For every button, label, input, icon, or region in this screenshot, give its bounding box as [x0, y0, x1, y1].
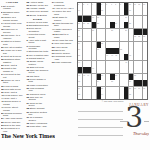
black-cell [143, 29, 147, 35]
cell-number: 21 [83, 22, 85, 24]
grid-cell[interactable]: 3 [87, 3, 91, 9]
grid-cell[interactable] [143, 54, 147, 60]
grid-cell[interactable] [120, 74, 124, 80]
grid-cell[interactable] [120, 35, 124, 41]
grid-cell[interactable] [101, 22, 105, 28]
cell-number: 53 [78, 80, 80, 82]
grid-cell[interactable] [106, 35, 110, 41]
grid-cell[interactable] [106, 42, 110, 48]
black-cell [124, 3, 128, 9]
grid-cell[interactable]: 52 [134, 74, 138, 80]
grid-cell[interactable] [129, 67, 133, 73]
black-cell [110, 74, 114, 80]
cell-number: 44 [78, 61, 80, 63]
grid-cell[interactable] [110, 67, 114, 73]
grid-cell[interactable] [143, 61, 147, 67]
grid-cell[interactable] [138, 54, 142, 60]
grid-cell[interactable] [101, 67, 105, 73]
black-cell [124, 22, 128, 28]
grid-cell[interactable] [120, 22, 124, 28]
grid-cell[interactable] [143, 48, 147, 54]
grid-cell[interactable] [92, 93, 96, 99]
grid-cell[interactable] [97, 61, 101, 67]
black-cell [97, 9, 101, 15]
grid-cell[interactable] [106, 61, 110, 67]
black-cell [97, 74, 101, 80]
grid-cell[interactable]: 43 [129, 54, 133, 60]
cell-number: 24 [115, 22, 117, 24]
black-cell [106, 48, 110, 54]
across-clue-46: 46 Speak before a crowd [1, 100, 23, 106]
grid-cell[interactable] [143, 93, 147, 99]
grid-cell[interactable] [120, 42, 124, 48]
grid-cell[interactable] [115, 80, 119, 86]
cell-number: 54 [97, 80, 99, 82]
grid-cell[interactable]: 48 [83, 74, 87, 80]
grid-cell[interactable] [97, 29, 101, 35]
cell-number: 37 [97, 48, 99, 50]
grid-cell[interactable] [120, 16, 124, 22]
grid-cell[interactable]: 41 [110, 54, 114, 60]
grid-cell[interactable] [138, 16, 142, 22]
grid-cell[interactable] [83, 42, 87, 48]
grid-cell[interactable] [124, 67, 128, 73]
grid-cell[interactable]: 58 [101, 87, 105, 93]
down-clue-37: 37 Lacking freshness [52, 1, 74, 7]
grid-cell[interactable] [129, 35, 133, 41]
grid-cell[interactable] [106, 29, 110, 35]
across-clue-15: 15 Pass over in silence [1, 28, 23, 34]
across-clue-14: 14 Great Lake near Toledo [1, 22, 23, 28]
grid-cell[interactable] [87, 61, 91, 67]
cell-number: 64 [101, 93, 103, 95]
grid-cell[interactable] [138, 9, 142, 15]
grid-cell[interactable]: 44 [78, 61, 82, 67]
grid-cell[interactable]: 9 [120, 3, 124, 9]
grid-cell[interactable]: 63 [78, 93, 82, 99]
grid-cell[interactable] [106, 9, 110, 15]
grid-cell[interactable] [97, 35, 101, 41]
across-clue-23: 23 Holder for a golf ball [1, 49, 23, 55]
grid-cell[interactable]: 64 [101, 93, 105, 99]
cell-number: 50 [101, 74, 103, 76]
grid-cell[interactable]: 51 [115, 74, 119, 80]
grid-cell[interactable] [124, 74, 128, 80]
grid-cell[interactable] [83, 54, 87, 60]
cell-number: 3 [87, 3, 88, 5]
across-clue-16: 16 Therefore, to a logician [1, 34, 23, 40]
grid-cell[interactable] [124, 80, 128, 86]
grid-cell[interactable] [92, 48, 96, 54]
grid-cell[interactable] [87, 42, 91, 48]
grid-cell[interactable] [101, 35, 105, 41]
cell-number: 60 [134, 87, 136, 89]
cell-number: 30 [78, 35, 80, 37]
grid-cell[interactable] [97, 67, 101, 73]
grid-cell[interactable]: 33 [143, 35, 147, 41]
across-clue-10: 10 Shape of a slalom course [1, 16, 23, 22]
grid-cell[interactable]: 22 [87, 22, 91, 28]
down-clue-29: 29 Old-style writing tool [26, 110, 48, 116]
grid-cell[interactable] [110, 93, 114, 99]
grid-cell[interactable] [143, 22, 147, 28]
grid-cell[interactable] [138, 93, 142, 99]
grid-cell[interactable] [134, 42, 138, 48]
grid-cell[interactable]: 37 [97, 48, 101, 54]
cell-number: 27 [92, 29, 94, 31]
cell-number: 43 [129, 54, 131, 56]
black-cell [83, 67, 87, 73]
grid-cell[interactable] [138, 22, 142, 28]
grid-cell[interactable] [83, 35, 87, 41]
clue-columns: ACROSS 1 Bit of sooty residue5 Sandwich … [1, 1, 74, 133]
cell-number: 1 [78, 3, 79, 5]
cell-number: 59 [129, 87, 131, 89]
grid-cell[interactable] [83, 29, 87, 35]
cell-number: 61 [138, 87, 140, 89]
grid-cell[interactable]: 54 [97, 80, 101, 86]
grid-cell[interactable] [115, 93, 119, 99]
grid-cell[interactable] [87, 87, 91, 93]
grid-cell[interactable] [87, 29, 91, 35]
grid-cell[interactable]: 17 [92, 16, 96, 22]
cell-number: 6 [106, 3, 107, 5]
grid-cell[interactable] [115, 9, 119, 15]
black-cell [124, 54, 128, 60]
grid-cell[interactable] [138, 42, 142, 48]
grid-cell[interactable] [120, 67, 124, 73]
grid-cell[interactable] [106, 87, 110, 93]
cell-number: 7 [111, 3, 112, 5]
across-clue-1: 1 Bit of sooty residue [1, 5, 23, 11]
grid-cell[interactable] [143, 67, 147, 73]
note-line [78, 127, 123, 128]
down-clue-20: 20 Wall-climbing vine [26, 87, 48, 93]
grid-cell[interactable]: 16 [129, 9, 133, 15]
cell-number: 22 [87, 22, 89, 24]
down-clue-42: 42 Sit down to supper [52, 16, 74, 22]
grid-cell[interactable]: 55 [110, 80, 114, 86]
grid-cell[interactable]: 57 [78, 87, 82, 93]
cell-number: 58 [101, 87, 103, 89]
grid-cell[interactable]: 45 [124, 61, 128, 67]
grid-cell[interactable] [110, 42, 114, 48]
grid-cell[interactable]: 53 [78, 80, 82, 86]
black-cell [134, 29, 138, 35]
grid-cell[interactable]: 50 [101, 74, 105, 80]
grid-cell[interactable]: 34 [78, 42, 82, 48]
grid-cell[interactable] [101, 61, 105, 67]
grid-cell[interactable] [106, 80, 110, 86]
cell-number: 31 [134, 35, 136, 37]
grid-cell[interactable] [83, 80, 87, 86]
grid-cell[interactable] [134, 67, 138, 73]
black-cell [83, 16, 87, 22]
grid-cell[interactable]: 23 [97, 22, 101, 28]
grid-cell[interactable] [92, 74, 96, 80]
grid-cell[interactable]: 11 [134, 3, 138, 9]
grid-cell[interactable] [124, 35, 128, 41]
grid-cell[interactable]: 32 [138, 35, 142, 41]
grid-cell[interactable] [129, 29, 133, 35]
down-clue-41: 41 Where the sun rises [52, 10, 74, 16]
cell-number: 19 [125, 16, 127, 18]
grid-cell[interactable] [134, 9, 138, 15]
grid-cell[interactable] [115, 67, 119, 73]
down-clue-45: 45 Walk through the door [52, 22, 74, 28]
cell-number: 49 [87, 74, 89, 76]
grid-cell[interactable]: 20 [78, 22, 82, 28]
grid-cell[interactable]: 1 [78, 3, 82, 9]
cell-number: 23 [97, 22, 99, 24]
grid-cell[interactable]: 12 [138, 3, 142, 9]
grid-cell[interactable] [134, 54, 138, 60]
grid-cell[interactable]: 29 [124, 29, 128, 35]
grid-cell[interactable] [92, 87, 96, 93]
grid-cell[interactable]: 46 [92, 67, 96, 73]
grid-cell[interactable] [101, 48, 105, 54]
grid-cell[interactable] [101, 16, 105, 22]
grid-cell[interactable]: 7 [110, 3, 114, 9]
cell-number: 57 [78, 87, 80, 89]
black-cell [124, 9, 128, 15]
grid-cell[interactable]: 6 [106, 3, 110, 9]
grid-cell[interactable] [106, 93, 110, 99]
grid-cell[interactable] [124, 48, 128, 54]
cell-number: 10 [129, 3, 131, 5]
grid-cell[interactable] [83, 61, 87, 67]
grid-cell[interactable] [120, 93, 124, 99]
grid-cell[interactable]: 30 [78, 35, 82, 41]
grid-cell[interactable] [110, 87, 114, 93]
grid-cell[interactable]: 18 [97, 16, 101, 22]
cell-number: 13 [143, 3, 145, 5]
grid-cell[interactable]: 49 [87, 74, 91, 80]
across-clue-65: 65 Being, to Brutus [26, 13, 48, 16]
grid-cell[interactable]: 60 [134, 87, 138, 93]
grid-cell[interactable]: 5 [101, 3, 105, 9]
grid-cell[interactable] [101, 54, 105, 60]
grid-cell[interactable] [129, 16, 133, 22]
day-number: 3 [125, 104, 143, 132]
grid-cell[interactable]: 47 [78, 74, 82, 80]
across-clue-47: 47 Unruly street crowd [1, 106, 23, 112]
grid-cell[interactable] [120, 29, 124, 35]
cell-number: 32 [138, 35, 140, 37]
grid-cell[interactable] [143, 42, 147, 48]
grid-cell[interactable] [110, 16, 114, 22]
nyt-logo-wrap: The New York Times [1, 134, 61, 143]
black-cell [97, 42, 101, 48]
grid-cell[interactable] [129, 42, 133, 48]
grid-cell[interactable]: 36 [78, 48, 82, 54]
grid-cell[interactable]: 27 [92, 29, 96, 35]
grid-cell[interactable] [115, 42, 119, 48]
grid-cell[interactable]: 40 [106, 54, 110, 60]
grid-cell[interactable] [138, 48, 142, 54]
black-cell [97, 87, 101, 93]
grid-cell[interactable] [87, 80, 91, 86]
cell-number: 18 [97, 16, 99, 18]
grid-cell[interactable]: 42 [115, 54, 119, 60]
cell-number: 11 [134, 3, 136, 5]
grid-cell[interactable]: 15 [101, 9, 105, 15]
grid-cell[interactable] [138, 67, 142, 73]
nyt-logo: The New York Times [1, 134, 60, 140]
grid-cell[interactable]: 65 [129, 93, 133, 99]
grid-cell[interactable]: 31 [134, 35, 138, 41]
black-cell [87, 16, 91, 22]
down-clue-48: 48 Brought to a close [52, 33, 74, 39]
across-clue-35: 35 Came up, as a topic [1, 78, 23, 84]
grid-cell[interactable] [92, 35, 96, 41]
grid-cell[interactable] [87, 9, 91, 15]
grid-cell[interactable] [134, 48, 138, 54]
grid-cell[interactable] [106, 67, 110, 73]
grid-cell[interactable] [101, 29, 105, 35]
cell-number: 45 [125, 61, 127, 63]
grid-cell[interactable]: 38 [120, 48, 124, 54]
grid-cell[interactable] [143, 74, 147, 80]
crossword-calendar-page: ACROSS 1 Bit of sooty residue5 Sandwich … [0, 0, 150, 150]
weekday-label: Thursday [126, 131, 149, 136]
grid-cell[interactable] [97, 54, 101, 60]
grid-cell[interactable]: 19 [124, 16, 128, 22]
grid-cell[interactable] [134, 61, 138, 67]
cell-number: 48 [83, 74, 85, 76]
grid-cell[interactable] [115, 29, 119, 35]
grid-cell[interactable] [83, 48, 87, 54]
grid-cell[interactable] [120, 80, 124, 86]
grid-cell[interactable]: 35 [101, 42, 105, 48]
cell-number: 15 [101, 9, 103, 11]
grid-cell[interactable] [120, 9, 124, 15]
black-cell [92, 22, 96, 28]
grid-cell[interactable] [101, 80, 105, 86]
grid-cell[interactable]: 4 [92, 3, 96, 9]
down-header: DOWN [26, 17, 48, 20]
grid-cell[interactable] [110, 35, 114, 41]
grid-cell[interactable] [87, 48, 91, 54]
cell-number: 12 [138, 3, 140, 5]
grid-cell[interactable]: 59 [129, 87, 133, 93]
grid-cell[interactable] [120, 54, 124, 60]
grid-cell[interactable] [124, 42, 128, 48]
grid-cell[interactable]: 14 [78, 9, 82, 15]
grid-cell[interactable] [143, 9, 147, 15]
grid-cell[interactable] [115, 16, 119, 22]
across-clue-30: 30 Right in the middle of [1, 67, 23, 73]
grid-cell[interactable] [134, 22, 138, 28]
black-cell [124, 87, 128, 93]
grid-cell[interactable] [83, 93, 87, 99]
grid-cell[interactable]: 61 [138, 87, 142, 93]
grid-cell[interactable] [87, 54, 91, 60]
cell-number: 39 [78, 54, 80, 56]
grid-cell[interactable]: 56 [129, 80, 133, 86]
black-cell [138, 80, 142, 86]
grid-cell[interactable] [92, 54, 96, 60]
cell-number: 16 [129, 9, 131, 11]
cell-number: 4 [92, 3, 93, 5]
grid-cell[interactable]: 24 [115, 22, 119, 28]
across-clue-5: 5 Sandwich shop order [1, 11, 23, 17]
cell-number: 9 [120, 3, 121, 5]
down-clue-18: 18 Piece beside a king [26, 78, 48, 84]
black-cell [78, 67, 82, 73]
grid-cell[interactable] [87, 93, 91, 99]
black-cell [129, 74, 133, 80]
grid-cell[interactable] [129, 48, 133, 54]
grid-cell[interactable] [92, 80, 96, 86]
grid-cell[interactable] [115, 61, 119, 67]
grid-cell[interactable] [120, 87, 124, 93]
grid-cell[interactable]: 10 [129, 3, 133, 9]
down-clue-27: 27 Goal on the green [26, 101, 48, 107]
grid-cell[interactable] [92, 42, 96, 48]
cell-number: 5 [101, 3, 102, 5]
across-clue-34: 34 Payment to the pot [1, 73, 23, 79]
grid-cell[interactable] [83, 9, 87, 15]
note-line [78, 111, 123, 112]
crossword-grid[interactable]: 1234567891011121314151617181920212223242… [77, 2, 148, 100]
grid-cell[interactable] [110, 9, 114, 15]
grid-cell[interactable]: 21 [83, 22, 87, 28]
grid-cell[interactable] [106, 74, 110, 80]
grid-cell[interactable] [120, 61, 124, 67]
grid-cell[interactable] [143, 16, 147, 22]
grid-cell[interactable] [83, 87, 87, 93]
grid-cell[interactable] [106, 22, 110, 28]
grid-cell[interactable] [110, 61, 114, 67]
grid-cell[interactable]: 13 [143, 3, 147, 9]
grid-cell[interactable]: 26 [78, 29, 82, 35]
black-cell [110, 22, 114, 28]
grid-cell[interactable] [138, 74, 142, 80]
cell-number: 29 [125, 29, 127, 31]
grid-cell[interactable] [115, 87, 119, 93]
grid-cell[interactable]: 62 [143, 87, 147, 93]
cell-number: 20 [78, 22, 80, 24]
grid-cell[interactable] [106, 16, 110, 22]
cell-number: 65 [129, 93, 131, 95]
grid-cell[interactable]: 25 [129, 22, 133, 28]
grid-cell[interactable]: 28 [110, 29, 114, 35]
cell-number: 41 [111, 54, 113, 56]
grid-cell[interactable] [134, 93, 138, 99]
cell-number: 17 [92, 16, 94, 18]
across-clue-17: 17 Start of a timely quip [1, 40, 23, 46]
grid-cell[interactable] [87, 35, 91, 41]
grid-cell[interactable]: 8 [115, 3, 119, 9]
cell-number: 63 [78, 93, 80, 95]
grid-cell[interactable] [138, 61, 142, 67]
grid-cell[interactable] [92, 9, 96, 15]
across-clue-25: 25 Soothing lotion additive [1, 58, 23, 64]
grid-cell[interactable]: 39 [78, 54, 82, 60]
cell-number: 28 [111, 29, 113, 31]
cell-number: 36 [78, 48, 80, 50]
cell-number: 2 [83, 3, 84, 5]
grid-cell[interactable] [129, 61, 133, 67]
grid-cell[interactable]: 2 [83, 3, 87, 9]
grid-cell[interactable] [92, 61, 96, 67]
grid-cell[interactable] [134, 16, 138, 22]
black-cell [110, 48, 114, 54]
grid-cell[interactable] [115, 35, 119, 41]
cell-number: 14 [78, 9, 80, 11]
cell-number: 26 [78, 29, 80, 31]
